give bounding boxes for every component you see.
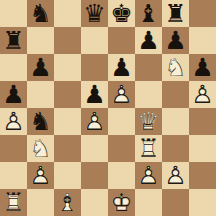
- square-b7[interactable]: [27, 27, 54, 54]
- piece-white-pawn[interactable]: ♟♙: [81, 108, 108, 135]
- square-e2[interactable]: [108, 162, 135, 189]
- black-piece-glyph: ♚: [108, 0, 135, 27]
- square-g8[interactable]: ♜: [162, 0, 189, 27]
- square-g4[interactable]: [162, 108, 189, 135]
- square-g7[interactable]: ♟: [162, 27, 189, 54]
- piece-white-queen[interactable]: ♛♕: [135, 108, 162, 135]
- square-h4[interactable]: [189, 108, 216, 135]
- white-piece-outline-glyph: ♙: [0, 108, 27, 135]
- piece-black-knight[interactable]: ♞: [27, 108, 54, 135]
- piece-black-pawn[interactable]: ♟: [81, 81, 108, 108]
- square-d4[interactable]: ♟♙: [81, 108, 108, 135]
- piece-black-pawn[interactable]: ♟: [135, 27, 162, 54]
- square-h8[interactable]: [189, 0, 216, 27]
- piece-black-queen[interactable]: ♛: [81, 0, 108, 27]
- square-e7[interactable]: [108, 27, 135, 54]
- black-piece-glyph: ♞: [27, 0, 54, 27]
- square-d8[interactable]: ♛: [81, 0, 108, 27]
- square-f3[interactable]: ♜♖: [135, 135, 162, 162]
- square-a4[interactable]: ♟♙: [0, 108, 27, 135]
- black-piece-glyph: ♝: [135, 0, 162, 27]
- square-d7[interactable]: [81, 27, 108, 54]
- white-piece-outline-glyph: ♙: [108, 81, 135, 108]
- square-h1[interactable]: [189, 189, 216, 216]
- black-piece-glyph: ♟: [27, 54, 54, 81]
- square-e8[interactable]: ♚: [108, 0, 135, 27]
- piece-black-pawn[interactable]: ♟: [0, 81, 27, 108]
- square-f2[interactable]: ♟♙: [135, 162, 162, 189]
- square-c1[interactable]: ♝♗: [54, 189, 81, 216]
- square-c8[interactable]: [54, 0, 81, 27]
- white-piece-outline-glyph: ♙: [189, 81, 216, 108]
- square-d3[interactable]: [81, 135, 108, 162]
- square-b3[interactable]: ♞♘: [27, 135, 54, 162]
- square-a1[interactable]: ♜♖: [0, 189, 27, 216]
- piece-white-knight[interactable]: ♞♘: [162, 54, 189, 81]
- square-h7[interactable]: [189, 27, 216, 54]
- square-a7[interactable]: ♜: [0, 27, 27, 54]
- square-e3[interactable]: [108, 135, 135, 162]
- square-c6[interactable]: [54, 54, 81, 81]
- black-piece-glyph: ♛: [81, 0, 108, 27]
- white-piece-outline-glyph: ♘: [162, 54, 189, 81]
- square-h3[interactable]: [189, 135, 216, 162]
- white-piece-outline-glyph: ♕: [135, 108, 162, 135]
- square-d1[interactable]: [81, 189, 108, 216]
- black-piece-glyph: ♟: [108, 54, 135, 81]
- square-g1[interactable]: [162, 189, 189, 216]
- black-piece-glyph: ♟: [189, 54, 216, 81]
- square-a5[interactable]: ♟: [0, 81, 27, 108]
- white-piece-outline-glyph: ♗: [54, 189, 81, 216]
- square-b4[interactable]: ♞: [27, 108, 54, 135]
- square-f5[interactable]: [135, 81, 162, 108]
- white-piece-outline-glyph: ♙: [162, 162, 189, 189]
- black-piece-glyph: ♟: [162, 27, 189, 54]
- square-b1[interactable]: [27, 189, 54, 216]
- square-f6[interactable]: [135, 54, 162, 81]
- piece-white-bishop[interactable]: ♝♗: [54, 189, 81, 216]
- square-h2[interactable]: [189, 162, 216, 189]
- white-piece-outline-glyph: ♙: [27, 162, 54, 189]
- white-piece-outline-glyph: ♙: [81, 108, 108, 135]
- square-b2[interactable]: ♟♙: [27, 162, 54, 189]
- square-e5[interactable]: ♟♙: [108, 81, 135, 108]
- piece-white-knight[interactable]: ♞♘: [27, 135, 54, 162]
- piece-black-knight[interactable]: ♞: [27, 0, 54, 27]
- piece-black-rook[interactable]: ♜: [162, 0, 189, 27]
- piece-black-pawn[interactable]: ♟: [162, 27, 189, 54]
- piece-black-pawn[interactable]: ♟: [27, 54, 54, 81]
- piece-white-pawn[interactable]: ♟♙: [189, 81, 216, 108]
- square-e6[interactable]: ♟: [108, 54, 135, 81]
- white-piece-outline-glyph: ♙: [135, 162, 162, 189]
- square-e4[interactable]: [108, 108, 135, 135]
- white-piece-outline-glyph: ♖: [135, 135, 162, 162]
- piece-black-pawn[interactable]: ♟: [189, 54, 216, 81]
- black-piece-glyph: ♜: [0, 27, 27, 54]
- square-b6[interactable]: ♟: [27, 54, 54, 81]
- piece-white-pawn[interactable]: ♟♙: [135, 162, 162, 189]
- square-g3[interactable]: [162, 135, 189, 162]
- piece-white-pawn[interactable]: ♟♙: [162, 162, 189, 189]
- square-c2[interactable]: [54, 162, 81, 189]
- square-h5[interactable]: ♟♙: [189, 81, 216, 108]
- square-b5[interactable]: [27, 81, 54, 108]
- white-piece-outline-glyph: ♔: [108, 189, 135, 216]
- piece-black-rook[interactable]: ♜: [0, 27, 27, 54]
- piece-black-bishop[interactable]: ♝: [135, 0, 162, 27]
- black-piece-glyph: ♟: [135, 27, 162, 54]
- piece-white-pawn[interactable]: ♟♙: [0, 108, 27, 135]
- black-piece-glyph: ♟: [81, 81, 108, 108]
- square-f1[interactable]: [135, 189, 162, 216]
- square-d6[interactable]: [81, 54, 108, 81]
- piece-white-rook[interactable]: ♜♖: [0, 189, 27, 216]
- piece-white-rook[interactable]: ♜♖: [135, 135, 162, 162]
- square-d2[interactable]: [81, 162, 108, 189]
- square-e1[interactable]: ♚♔: [108, 189, 135, 216]
- square-g6[interactable]: ♞♘: [162, 54, 189, 81]
- square-f7[interactable]: ♟: [135, 27, 162, 54]
- square-d5[interactable]: ♟: [81, 81, 108, 108]
- square-a2[interactable]: [0, 162, 27, 189]
- square-a3[interactable]: [0, 135, 27, 162]
- square-f8[interactable]: ♝: [135, 0, 162, 27]
- square-c3[interactable]: [54, 135, 81, 162]
- square-h6[interactable]: ♟: [189, 54, 216, 81]
- piece-black-pawn[interactable]: ♟: [108, 54, 135, 81]
- black-piece-glyph: ♟: [0, 81, 27, 108]
- black-piece-glyph: ♞: [27, 108, 54, 135]
- chess-board: ♞♛♚♝♜♜♟♟♟♟♞♘♟♟♟♟♙♟♙♟♙♞♟♙♛♕♞♘♜♖♟♙♟♙♟♙♜♖♝♗…: [0, 0, 216, 216]
- square-f4[interactable]: ♛♕: [135, 108, 162, 135]
- square-c4[interactable]: [54, 108, 81, 135]
- square-a8[interactable]: [0, 0, 27, 27]
- piece-black-king[interactable]: ♚: [108, 0, 135, 27]
- square-b8[interactable]: ♞: [27, 0, 54, 27]
- square-c5[interactable]: [54, 81, 81, 108]
- white-piece-outline-glyph: ♖: [0, 189, 27, 216]
- black-piece-glyph: ♜: [162, 0, 189, 27]
- white-piece-outline-glyph: ♘: [27, 135, 54, 162]
- piece-white-king[interactable]: ♚♔: [108, 189, 135, 216]
- square-g2[interactable]: ♟♙: [162, 162, 189, 189]
- piece-white-pawn[interactable]: ♟♙: [27, 162, 54, 189]
- piece-white-pawn[interactable]: ♟♙: [108, 81, 135, 108]
- square-g5[interactable]: [162, 81, 189, 108]
- square-a6[interactable]: [0, 54, 27, 81]
- square-c7[interactable]: [54, 27, 81, 54]
